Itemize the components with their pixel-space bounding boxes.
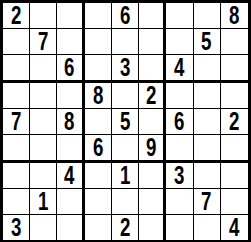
given-digit: 2	[120, 214, 130, 240]
given-digit: 4	[229, 214, 239, 240]
cell-r1c3[interactable]	[57, 3, 84, 29]
cell-r2c2[interactable]: 7	[30, 29, 57, 55]
cell-r9c6[interactable]	[139, 215, 166, 240]
given-digit: 2	[146, 82, 156, 108]
cell-r2c4[interactable]	[85, 29, 112, 55]
given-digit: 7	[201, 188, 211, 214]
given-digit: 8	[64, 108, 74, 134]
cell-r6c3[interactable]	[57, 135, 84, 163]
cell-r5c3[interactable]: 8	[57, 109, 84, 135]
cell-r6c9[interactable]	[221, 135, 248, 163]
given-digit: 5	[120, 108, 130, 134]
cell-r2c6[interactable]	[139, 29, 166, 55]
cell-r7c7[interactable]: 3	[166, 163, 193, 189]
cell-r3c2[interactable]	[30, 55, 57, 83]
cell-r4c2[interactable]	[30, 83, 57, 109]
cell-r1c4[interactable]	[85, 3, 112, 29]
cell-r7c4[interactable]	[85, 163, 112, 189]
given-digit: 2	[11, 2, 21, 28]
cell-r4c4[interactable]: 8	[85, 83, 112, 109]
cell-r4c8[interactable]	[194, 83, 221, 109]
cell-r3c1[interactable]	[3, 55, 30, 83]
cell-r8c6[interactable]	[139, 189, 166, 215]
cell-r8c4[interactable]	[85, 189, 112, 215]
cell-r7c1[interactable]	[3, 163, 30, 189]
sudoku-board: 2687563482785626941317324	[0, 0, 251, 242]
cell-r5c1[interactable]: 7	[3, 109, 30, 135]
cell-r9c9[interactable]: 4	[221, 215, 248, 240]
cell-r8c8[interactable]: 7	[194, 189, 221, 215]
cell-r6c2[interactable]	[30, 135, 57, 163]
cell-r9c7[interactable]	[166, 215, 193, 240]
cell-r2c1[interactable]	[3, 29, 30, 55]
cell-r2c8[interactable]: 5	[194, 29, 221, 55]
cell-r8c2[interactable]: 1	[30, 189, 57, 215]
given-digit: 7	[38, 28, 48, 54]
cell-r5c2[interactable]	[30, 109, 57, 135]
given-digit: 4	[64, 162, 74, 188]
cell-r4c6[interactable]: 2	[139, 83, 166, 109]
cell-r3c9[interactable]	[221, 55, 248, 83]
given-digit: 1	[120, 162, 130, 188]
cell-r3c6[interactable]	[139, 55, 166, 83]
cell-r6c5[interactable]	[112, 135, 139, 163]
cell-r1c6[interactable]	[139, 3, 166, 29]
cell-r2c9[interactable]	[221, 29, 248, 55]
cell-r8c3[interactable]	[57, 189, 84, 215]
given-digit: 9	[146, 134, 156, 160]
cell-r6c7[interactable]	[166, 135, 193, 163]
given-digit: 3	[11, 214, 21, 240]
given-digit: 3	[174, 162, 184, 188]
cell-r8c7[interactable]	[166, 189, 193, 215]
given-digit: 2	[229, 108, 239, 134]
given-digit: 1	[38, 188, 48, 214]
sudoku-board-wrap: 2687563482785626941317324	[0, 0, 251, 242]
cell-r1c7[interactable]	[166, 3, 193, 29]
cell-r5c9[interactable]: 2	[221, 109, 248, 135]
given-digit: 6	[174, 108, 184, 134]
cell-r3c8[interactable]	[194, 55, 221, 83]
given-digit: 6	[64, 54, 74, 80]
cell-r1c1[interactable]: 2	[3, 3, 30, 29]
cell-r1c9[interactable]: 8	[221, 3, 248, 29]
given-digit: 8	[93, 82, 103, 108]
cell-r3c5[interactable]: 3	[112, 55, 139, 83]
cell-r9c8[interactable]	[194, 215, 221, 240]
given-digit: 3	[120, 54, 130, 80]
given-digit: 7	[11, 108, 21, 134]
cell-r6c4[interactable]: 6	[85, 135, 112, 163]
cell-r9c3[interactable]	[57, 215, 84, 240]
cell-r9c5[interactable]: 2	[112, 215, 139, 240]
cell-r7c9[interactable]	[221, 163, 248, 189]
cell-r9c2[interactable]	[30, 215, 57, 240]
cell-r3c3[interactable]: 6	[57, 55, 84, 83]
given-digit: 4	[174, 54, 184, 80]
cell-r7c5[interactable]: 1	[112, 163, 139, 189]
cell-r5c8[interactable]	[194, 109, 221, 135]
given-digit: 5	[201, 28, 211, 54]
cell-r6c6[interactable]: 9	[139, 135, 166, 163]
cell-r3c4[interactable]	[85, 55, 112, 83]
cell-r9c4[interactable]	[85, 215, 112, 240]
cell-r1c5[interactable]: 6	[112, 3, 139, 29]
cell-r6c8[interactable]	[194, 135, 221, 163]
cell-r7c3[interactable]: 4	[57, 163, 84, 189]
given-digit: 8	[229, 2, 239, 28]
given-digit: 6	[93, 134, 103, 160]
cell-r7c6[interactable]	[139, 163, 166, 189]
cell-r9c1[interactable]: 3	[3, 215, 30, 240]
cell-r5c5[interactable]: 5	[112, 109, 139, 135]
cell-r5c7[interactable]: 6	[166, 109, 193, 135]
given-digit: 6	[120, 2, 130, 28]
cell-r6c1[interactable]	[3, 135, 30, 163]
cell-r3c7[interactable]: 4	[166, 55, 193, 83]
